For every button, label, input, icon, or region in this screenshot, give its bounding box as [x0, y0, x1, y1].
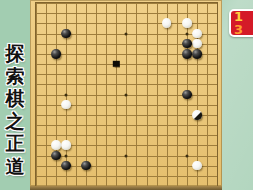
board-bottom-edge — [30, 186, 222, 190]
black-stone — [192, 49, 202, 59]
badge-value-bottom: 3 — [234, 23, 253, 36]
star-point — [65, 93, 68, 96]
white-stone — [61, 140, 71, 150]
star-point — [125, 154, 128, 157]
star-point — [125, 93, 128, 96]
star-point — [65, 154, 68, 157]
board-grid[interactable] — [35, 2, 218, 187]
black-stone — [182, 90, 192, 100]
white-stone — [61, 100, 71, 110]
white-stone — [192, 29, 202, 39]
go-board[interactable] — [30, 0, 222, 186]
square-marker — [113, 61, 119, 67]
white-stone — [51, 140, 61, 150]
black-stone — [61, 29, 71, 39]
white-stone — [182, 18, 192, 28]
white-stone — [192, 110, 202, 120]
stone-mark — [192, 110, 202, 120]
star-point — [185, 32, 188, 35]
white-stone — [192, 161, 202, 171]
black-stone — [51, 151, 61, 161]
white-stone — [192, 39, 202, 49]
black-stone — [81, 161, 91, 171]
black-stone — [182, 49, 192, 59]
left-banner: 探索棋之正道 — [0, 0, 30, 190]
black-stone — [61, 161, 71, 171]
white-stone — [162, 18, 172, 28]
black-stone — [51, 49, 61, 59]
star-point — [125, 32, 128, 35]
star-point — [185, 154, 188, 157]
banner-title: 探索棋之正道 — [2, 42, 28, 178]
score-badge: 1 3 — [229, 9, 253, 37]
black-stone — [182, 39, 192, 49]
